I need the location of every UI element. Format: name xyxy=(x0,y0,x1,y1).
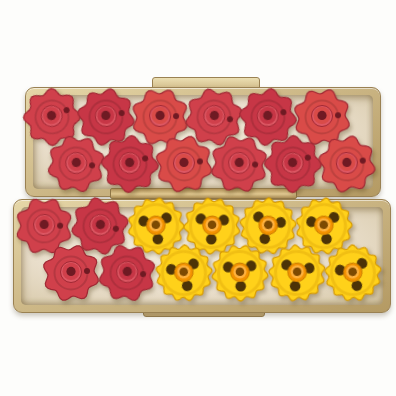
pieces-layer xyxy=(0,0,396,396)
yellow-piece[interactable] xyxy=(210,243,271,304)
red-piece[interactable] xyxy=(42,244,100,302)
yellow-piece[interactable] xyxy=(264,240,330,306)
red-piece[interactable] xyxy=(316,133,379,196)
red-piece[interactable] xyxy=(205,131,271,197)
photo-scene xyxy=(0,0,396,396)
red-piece[interactable] xyxy=(93,239,161,307)
